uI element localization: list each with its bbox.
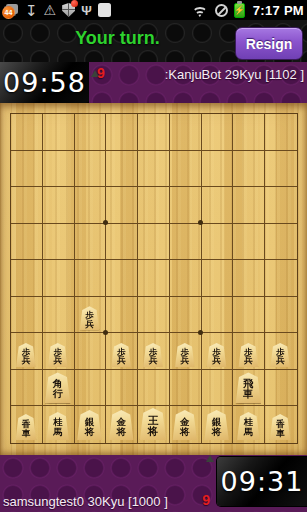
piece-pawn[interactable]: 歩兵 <box>48 343 68 367</box>
board-square[interactable] <box>265 297 297 334</box>
board-square[interactable] <box>138 114 170 151</box>
top-player-info: 9 :KanjuBot 29Kyu [1102 ] <box>89 62 307 103</box>
board-square[interactable] <box>202 114 234 151</box>
board-square[interactable] <box>233 224 265 261</box>
wifi-icon <box>191 4 209 17</box>
board-square[interactable] <box>265 187 297 224</box>
board-square[interactable] <box>265 151 297 188</box>
piece-pawn[interactable]: 歩兵 <box>207 343 227 367</box>
board-square[interactable] <box>11 151 43 188</box>
top-player-badge: 9 <box>97 65 105 81</box>
piece-pawn[interactable]: 歩兵 <box>111 343 131 367</box>
alert-dot-icon <box>71 0 78 7</box>
board-square[interactable] <box>138 370 170 407</box>
board-square[interactable] <box>202 224 234 261</box>
download-icon: ↧ <box>25 3 38 18</box>
board-square[interactable] <box>170 260 202 297</box>
board-square[interactable] <box>11 224 43 261</box>
board-square[interactable] <box>43 224 75 261</box>
piece-silver[interactable]: 銀将 <box>77 410 102 440</box>
piece-pawn[interactable]: 歩兵 <box>270 343 290 367</box>
battery-charging-icon: ⚡ <box>234 3 245 18</box>
board-square[interactable] <box>11 260 43 297</box>
system-time: 7:17 PM <box>253 3 304 18</box>
top-player-clock: 09:58 <box>0 62 89 103</box>
board-square[interactable] <box>11 187 43 224</box>
piece-kanji: 銀将 <box>85 417 95 436</box>
piece-pawn[interactable]: 歩兵 <box>16 343 36 367</box>
board-square[interactable] <box>233 151 265 188</box>
board-square[interactable] <box>75 187 107 224</box>
bottom-player-name: samsungtest0 30Kyu [1000 ] <box>3 494 168 509</box>
piece-kanji: 歩兵 <box>244 348 253 365</box>
resign-button[interactable]: Resign <box>235 27 303 60</box>
board-square[interactable] <box>233 260 265 297</box>
board-square[interactable] <box>75 114 107 151</box>
piece-pawn[interactable]: 歩兵 <box>175 343 195 367</box>
shogi-board: 歩兵歩兵歩兵歩兵歩兵歩兵歩兵歩兵歩兵角行飛車香車桂馬銀将金将王将金将銀将桂馬香車 <box>0 103 307 455</box>
piece-rook[interactable]: 飛車 <box>235 372 261 403</box>
piece-kanji: 歩兵 <box>149 348 158 365</box>
bottom-player-bar: samsungtest0 30Kyu [1000 ] 9 09:31 <box>0 455 307 512</box>
piece-kanji: 歩兵 <box>85 311 94 328</box>
board-square[interactable] <box>75 260 107 297</box>
bottom-player-clock: 09:31 <box>217 457 307 506</box>
board-square[interactable] <box>43 187 75 224</box>
piece-kanji: 銀将 <box>212 417 222 436</box>
piece-gold[interactable]: 金将 <box>109 410 134 440</box>
board-square[interactable] <box>170 187 202 224</box>
notes-icon <box>98 3 111 17</box>
star-point <box>103 330 108 335</box>
piece-kanji: 歩兵 <box>22 348 31 365</box>
board-square[interactable] <box>265 224 297 261</box>
board-square[interactable] <box>75 151 107 188</box>
notifications-icon: 44 <box>3 3 19 18</box>
board-square[interactable] <box>202 297 234 334</box>
board-square[interactable] <box>138 187 170 224</box>
board-square[interactable] <box>43 297 75 334</box>
status-bar: 44 ↧ ⚠ Ψ ⚡ 7:17 PM <box>0 0 307 20</box>
board-square[interactable] <box>138 151 170 188</box>
board-square[interactable] <box>106 370 138 407</box>
notification-count-badge: 44 <box>2 6 15 19</box>
board-square[interactable] <box>43 260 75 297</box>
shield-alert-icon <box>62 3 75 17</box>
board-square[interactable] <box>106 114 138 151</box>
board-square[interactable] <box>106 187 138 224</box>
board-square[interactable] <box>106 260 138 297</box>
board-square[interactable] <box>138 297 170 334</box>
piece-kanji: 桂馬 <box>244 418 253 436</box>
no-signal-icon <box>215 4 228 17</box>
board-square[interactable] <box>233 114 265 151</box>
piece-pawn[interactable]: 歩兵 <box>79 306 99 330</box>
piece-pawn[interactable]: 歩兵 <box>143 343 163 367</box>
piece-kanji: 角行 <box>53 379 63 399</box>
piece-gold[interactable]: 金将 <box>172 410 197 440</box>
board-square[interactable] <box>138 260 170 297</box>
board-square[interactable] <box>75 333 107 370</box>
board-square[interactable] <box>170 370 202 407</box>
piece-silver[interactable]: 銀将 <box>204 410 229 440</box>
board-square[interactable] <box>106 151 138 188</box>
piece-kanji: 歩兵 <box>276 348 285 365</box>
turn-status-text: Your turn. <box>0 28 235 49</box>
board-square[interactable] <box>106 297 138 334</box>
charging-bolt-icon: ⚡ <box>234 6 245 15</box>
board-square[interactable] <box>233 187 265 224</box>
piece-knight[interactable]: 桂馬 <box>46 412 69 440</box>
board-square[interactable] <box>233 297 265 334</box>
board-square[interactable] <box>202 370 234 407</box>
board-square[interactable] <box>265 114 297 151</box>
piece-king[interactable]: 王将 <box>140 408 167 440</box>
piece-kanji: 桂馬 <box>53 418 62 436</box>
bottom-player-badge: 9 <box>202 492 210 508</box>
game-header: Your turn. Resign <box>0 20 307 62</box>
board-square[interactable] <box>11 370 43 407</box>
board-square[interactable] <box>170 297 202 334</box>
piece-kanji: 香車 <box>22 420 31 437</box>
piece-pawn[interactable]: 歩兵 <box>238 343 258 367</box>
board-square[interactable] <box>202 151 234 188</box>
board-square[interactable] <box>43 114 75 151</box>
board-square[interactable] <box>202 260 234 297</box>
piece-kanji: 歩兵 <box>212 348 221 365</box>
board-square[interactable] <box>170 114 202 151</box>
piece-kanji: 金将 <box>116 417 126 436</box>
board-square[interactable] <box>106 224 138 261</box>
piece-kanji: 香車 <box>276 420 285 437</box>
board-square[interactable] <box>75 370 107 407</box>
star-point <box>103 220 108 225</box>
piece-bishop[interactable]: 角行 <box>45 372 71 403</box>
board-square[interactable] <box>138 224 170 261</box>
sente-triangle-icon <box>206 455 214 462</box>
board-square[interactable] <box>11 114 43 151</box>
top-player-bar: 09:58 9 :KanjuBot 29Kyu [1102 ] <box>0 62 307 103</box>
warning-icon: ⚠ <box>44 3 57 17</box>
piece-kanji: 王将 <box>148 415 159 436</box>
piece-knight[interactable]: 桂馬 <box>237 412 260 440</box>
board-square[interactable] <box>170 151 202 188</box>
board-square[interactable] <box>75 224 107 261</box>
usb-icon: Ψ <box>81 4 92 17</box>
piece-kanji: 飛車 <box>243 379 253 399</box>
piece-kanji: 歩兵 <box>117 348 126 365</box>
piece-kanji: 金将 <box>180 417 190 436</box>
board-square[interactable] <box>43 151 75 188</box>
piece-kanji: 歩兵 <box>53 348 62 365</box>
top-player-name: :KanjuBot 29Kyu [1102 ] <box>165 67 304 82</box>
piece-lance[interactable]: 香車 <box>15 414 36 440</box>
board-square[interactable] <box>265 370 297 407</box>
piece-kanji: 歩兵 <box>181 348 190 365</box>
board-square[interactable] <box>170 224 202 261</box>
board-square[interactable] <box>202 187 234 224</box>
board-square[interactable] <box>11 297 43 334</box>
board-square[interactable] <box>265 260 297 297</box>
piece-lance[interactable]: 香車 <box>270 414 291 440</box>
